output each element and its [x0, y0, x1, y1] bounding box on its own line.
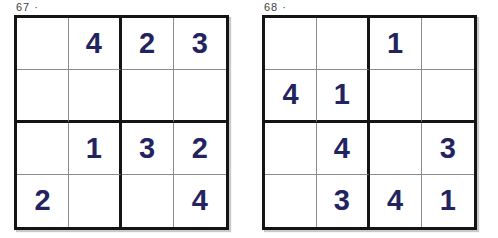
- puzzle-67-label: 67 ·: [14, 1, 229, 15]
- given-digit: 1: [86, 134, 102, 163]
- given-digit: 4: [334, 134, 350, 163]
- board2-cell-r3c4[interactable]: 3: [422, 123, 474, 175]
- given-digit: 2: [192, 134, 208, 163]
- given-digit: 3: [192, 29, 208, 58]
- board1-cell-r4c4[interactable]: 4: [174, 175, 226, 227]
- given-digit: 1: [440, 186, 456, 215]
- puzzle-67: 67 · 42313224: [14, 1, 229, 230]
- board1-cell-r4c3[interactable]: [122, 175, 174, 227]
- board2-cell-r2c3[interactable]: [370, 70, 422, 122]
- board1-cell-r2c4[interactable]: [174, 70, 226, 122]
- board1-cell-r4c2[interactable]: [69, 175, 121, 227]
- board2-cell-r4c1[interactable]: [265, 175, 317, 227]
- board1-cell-r1c3[interactable]: 2: [122, 18, 174, 70]
- puzzle-68-label: 68 ·: [262, 1, 477, 15]
- puzzle-68: 68 · 14143341: [262, 1, 477, 230]
- board1-cell-r1c1[interactable]: [17, 18, 69, 70]
- board1-cell-r2c3[interactable]: [122, 70, 174, 122]
- board1-cell-r1c4[interactable]: 3: [174, 18, 226, 70]
- board2-cell-r1c2[interactable]: [317, 18, 369, 70]
- puzzle-page: 67 · 42313224 68 · 14143341: [0, 0, 498, 238]
- board1-cell-r3c4[interactable]: 2: [174, 123, 226, 175]
- given-digit: 3: [139, 134, 155, 163]
- given-digit: 4: [86, 29, 102, 58]
- board1-cell-r4c1[interactable]: 2: [17, 175, 69, 227]
- given-digit: 4: [192, 186, 208, 215]
- board2-cell-r1c3[interactable]: 1: [370, 18, 422, 70]
- given-digit: 3: [440, 134, 456, 163]
- board2-cell-r4c3[interactable]: 4: [370, 175, 422, 227]
- board1-cell-r2c1[interactable]: [17, 70, 69, 122]
- board2-cell-r3c1[interactable]: [265, 123, 317, 175]
- board2-cell-r1c1[interactable]: [265, 18, 317, 70]
- given-digit: 1: [387, 29, 403, 58]
- board2-cell-r3c2[interactable]: 4: [317, 123, 369, 175]
- board1-cell-r3c1[interactable]: [17, 123, 69, 175]
- given-digit: 4: [283, 80, 299, 109]
- sudoku-board-67: 42313224: [14, 15, 229, 230]
- board2-cell-r4c2[interactable]: 3: [317, 175, 369, 227]
- given-digit: 2: [139, 29, 155, 58]
- board2-cell-r1c4[interactable]: [422, 18, 474, 70]
- board1-cell-r3c3[interactable]: 3: [122, 123, 174, 175]
- board2-cell-r2c1[interactable]: 4: [265, 70, 317, 122]
- sudoku-board-68: 14143341: [262, 15, 477, 230]
- given-digit: 3: [334, 186, 350, 215]
- given-digit: 4: [387, 186, 403, 215]
- given-digit: 2: [35, 186, 51, 215]
- board2-cell-r2c2[interactable]: 1: [317, 70, 369, 122]
- board1-cell-r3c2[interactable]: 1: [69, 123, 121, 175]
- board2-cell-r4c4[interactable]: 1: [422, 175, 474, 227]
- board2-cell-r2c4[interactable]: [422, 70, 474, 122]
- board1-cell-r2c2[interactable]: [69, 70, 121, 122]
- board2-cell-r3c3[interactable]: [370, 123, 422, 175]
- given-digit: 1: [334, 80, 350, 109]
- board1-cell-r1c2[interactable]: 4: [69, 18, 121, 70]
